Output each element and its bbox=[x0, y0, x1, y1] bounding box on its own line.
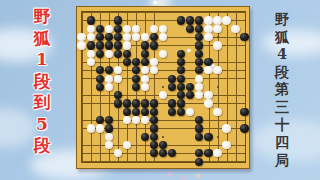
white-stone bbox=[222, 124, 230, 132]
black-stone bbox=[195, 124, 203, 132]
white-stone bbox=[213, 25, 221, 33]
white-stone bbox=[141, 116, 149, 124]
white-stone bbox=[195, 75, 203, 83]
sparkle-icon: ✦ bbox=[210, 63, 216, 70]
white-stone bbox=[77, 33, 85, 41]
black-stone bbox=[150, 116, 158, 124]
black-stone bbox=[195, 66, 203, 74]
black-stone bbox=[159, 141, 167, 149]
black-stone bbox=[150, 99, 158, 107]
white-stone bbox=[204, 99, 212, 107]
caption-char: 段 bbox=[275, 63, 290, 81]
black-stone bbox=[177, 83, 185, 91]
black-stone bbox=[96, 66, 104, 74]
black-stone bbox=[87, 41, 95, 49]
black-stone bbox=[177, 91, 185, 99]
black-stone bbox=[123, 50, 131, 58]
white-stone bbox=[204, 25, 212, 33]
black-stone bbox=[195, 25, 203, 33]
left-caption: 野狐1段到5段 bbox=[24, 6, 60, 157]
black-stone bbox=[204, 149, 212, 157]
caption-char: 5 bbox=[36, 114, 48, 136]
caption-char: 四 bbox=[275, 133, 290, 151]
white-stone bbox=[105, 141, 113, 149]
white-stone bbox=[132, 116, 140, 124]
black-stone bbox=[186, 16, 194, 24]
black-stone bbox=[195, 116, 203, 124]
black-stone bbox=[195, 58, 203, 66]
white-stone bbox=[213, 108, 221, 116]
black-stone bbox=[132, 58, 140, 66]
black-stone bbox=[141, 108, 149, 116]
white-stone bbox=[231, 25, 239, 33]
sparkle-icon: ✦ bbox=[152, 0, 158, 7]
caption-char: 到 bbox=[34, 92, 51, 114]
right-caption: 野狐4段第三十四局 bbox=[266, 10, 298, 168]
black-stone bbox=[96, 25, 104, 33]
black-stone bbox=[123, 58, 131, 66]
black-stone bbox=[150, 141, 158, 149]
black-stone bbox=[150, 108, 158, 116]
black-stone bbox=[195, 33, 203, 41]
white-stone bbox=[105, 133, 113, 141]
black-stone bbox=[114, 33, 122, 41]
black-stone bbox=[240, 124, 248, 132]
black-stone bbox=[177, 75, 185, 83]
black-stone bbox=[96, 33, 104, 41]
black-stone bbox=[87, 16, 95, 24]
white-stone bbox=[195, 91, 203, 99]
white-stone bbox=[204, 91, 212, 99]
white-stone bbox=[123, 41, 131, 49]
white-stone bbox=[132, 25, 140, 33]
petal-decoration bbox=[196, 174, 200, 178]
white-stone bbox=[159, 25, 167, 33]
black-stone bbox=[150, 33, 158, 41]
black-stone bbox=[150, 149, 158, 157]
black-stone bbox=[96, 75, 104, 83]
white-stone bbox=[222, 16, 230, 24]
white-stone bbox=[114, 149, 122, 157]
petal-decoration bbox=[182, 176, 186, 180]
black-stone bbox=[114, 91, 122, 99]
black-stone bbox=[204, 133, 212, 141]
white-stone bbox=[87, 58, 95, 66]
black-stone bbox=[114, 41, 122, 49]
white-stone bbox=[159, 50, 167, 58]
black-stone bbox=[96, 41, 104, 49]
black-stone bbox=[132, 99, 140, 107]
caption-char: 第 bbox=[275, 80, 290, 98]
black-stone bbox=[186, 83, 194, 91]
black-stone bbox=[186, 91, 194, 99]
caption-char: 野 bbox=[34, 6, 51, 28]
black-stone bbox=[168, 83, 176, 91]
black-stone bbox=[132, 75, 140, 83]
white-stone bbox=[132, 33, 140, 41]
black-stone bbox=[159, 149, 167, 157]
white-stone bbox=[77, 41, 85, 49]
black-stone bbox=[132, 108, 140, 116]
black-stone bbox=[177, 108, 185, 116]
black-stone bbox=[105, 41, 113, 49]
white-stone bbox=[87, 25, 95, 33]
white-stone bbox=[195, 83, 203, 91]
white-stone bbox=[123, 33, 131, 41]
black-stone bbox=[177, 16, 185, 24]
black-stone bbox=[177, 66, 185, 74]
black-stone bbox=[96, 50, 104, 58]
white-stone bbox=[213, 16, 221, 24]
caption-char: 1 bbox=[36, 49, 48, 71]
white-stone bbox=[159, 91, 167, 99]
black-stone bbox=[114, 25, 122, 33]
black-stone bbox=[105, 66, 113, 74]
black-stone bbox=[96, 116, 104, 124]
white-stone bbox=[150, 58, 158, 66]
white-stone bbox=[114, 66, 122, 74]
caption-char: 狐 bbox=[275, 28, 290, 46]
caption-char: 局 bbox=[275, 151, 290, 169]
black-stone bbox=[114, 50, 122, 58]
white-stone bbox=[87, 124, 95, 132]
white-stone bbox=[159, 33, 167, 41]
black-stone bbox=[150, 41, 158, 49]
black-stone bbox=[150, 133, 158, 141]
white-stone bbox=[87, 50, 95, 58]
white-stone bbox=[123, 25, 131, 33]
white-stone bbox=[186, 108, 194, 116]
black-stone bbox=[141, 58, 149, 66]
white-stone bbox=[114, 75, 122, 83]
black-stone bbox=[114, 16, 122, 24]
white-stone bbox=[141, 33, 149, 41]
black-stone bbox=[123, 99, 131, 107]
black-stone bbox=[105, 33, 113, 41]
black-stone bbox=[141, 41, 149, 49]
black-stone bbox=[105, 116, 113, 124]
black-stone bbox=[168, 75, 176, 83]
white-stone bbox=[141, 83, 149, 91]
white-stone bbox=[96, 124, 104, 132]
caption-char: 三 bbox=[275, 98, 290, 116]
black-stone bbox=[141, 133, 149, 141]
video-frame: 野狐1段到5段 野狐4段第三十四局 ✦✦✦ bbox=[0, 0, 320, 180]
black-stone bbox=[168, 149, 176, 157]
white-stone bbox=[141, 66, 149, 74]
go-board[interactable] bbox=[76, 6, 250, 169]
black-stone bbox=[123, 108, 131, 116]
black-stone bbox=[177, 50, 185, 58]
black-stone bbox=[195, 16, 203, 24]
black-stone bbox=[168, 99, 176, 107]
caption-char: 段 bbox=[34, 135, 51, 157]
black-stone bbox=[186, 25, 194, 33]
white-stone bbox=[105, 50, 113, 58]
white-stone bbox=[87, 33, 95, 41]
stones-layer bbox=[77, 8, 249, 166]
white-stone bbox=[105, 83, 113, 91]
black-stone bbox=[150, 124, 158, 132]
caption-char: 段 bbox=[34, 71, 51, 93]
white-stone bbox=[222, 141, 230, 149]
black-stone bbox=[195, 50, 203, 58]
black-stone bbox=[96, 83, 104, 91]
black-stone bbox=[177, 99, 185, 107]
white-stone bbox=[204, 33, 212, 41]
caption-char: 十 bbox=[275, 116, 290, 134]
black-stone bbox=[141, 99, 149, 107]
black-stone bbox=[114, 99, 122, 107]
white-stone bbox=[141, 75, 149, 83]
sparkle-icon: ✦ bbox=[186, 48, 192, 55]
black-stone bbox=[132, 66, 140, 74]
caption-char: 狐 bbox=[34, 28, 51, 50]
black-stone bbox=[132, 83, 140, 91]
black-stone bbox=[141, 50, 149, 58]
white-stone bbox=[204, 16, 212, 24]
caption-char: 野 bbox=[275, 10, 290, 28]
white-stone bbox=[105, 75, 113, 83]
black-stone bbox=[240, 108, 248, 116]
black-stone bbox=[105, 124, 113, 132]
black-stone bbox=[195, 149, 203, 157]
caption-char: 4 bbox=[277, 45, 287, 63]
black-stone bbox=[195, 133, 203, 141]
black-stone bbox=[177, 58, 185, 66]
white-stone bbox=[150, 25, 158, 33]
white-stone bbox=[150, 66, 158, 74]
black-stone bbox=[195, 41, 203, 49]
petal-decoration bbox=[168, 173, 172, 177]
white-stone bbox=[213, 41, 221, 49]
white-stone bbox=[213, 149, 221, 157]
white-stone bbox=[123, 141, 131, 149]
black-stone bbox=[195, 158, 203, 166]
white-stone bbox=[123, 116, 131, 124]
black-stone bbox=[168, 108, 176, 116]
black-stone bbox=[240, 33, 248, 41]
white-stone bbox=[105, 25, 113, 33]
